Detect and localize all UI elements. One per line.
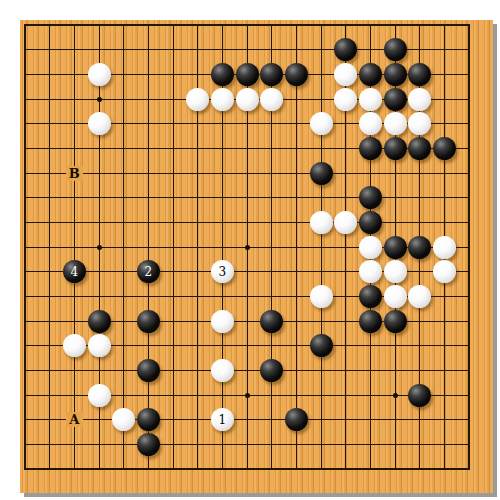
black-stone bbox=[408, 137, 431, 160]
white-stone bbox=[384, 285, 407, 308]
white-stone bbox=[310, 112, 333, 135]
black-stone bbox=[408, 384, 431, 407]
white-stone-move-3: 3 bbox=[211, 260, 234, 283]
black-stone bbox=[260, 63, 283, 86]
white-stone bbox=[88, 112, 111, 135]
white-stone-move-1: 1 bbox=[211, 408, 234, 431]
white-stone bbox=[211, 88, 234, 111]
black-stone bbox=[359, 285, 382, 308]
black-stone bbox=[137, 408, 160, 431]
white-stone bbox=[310, 211, 333, 234]
black-stone bbox=[359, 186, 382, 209]
white-stone bbox=[408, 285, 431, 308]
white-stone bbox=[408, 88, 431, 111]
star-point bbox=[97, 97, 102, 102]
star-point bbox=[245, 393, 250, 398]
black-stone bbox=[359, 310, 382, 333]
black-stone bbox=[310, 162, 333, 185]
white-stone bbox=[384, 112, 407, 135]
white-stone bbox=[359, 88, 382, 111]
black-stone bbox=[285, 63, 308, 86]
white-stone bbox=[334, 211, 357, 234]
grid-line bbox=[296, 25, 297, 470]
move-number-label: 4 bbox=[71, 266, 79, 278]
white-stone bbox=[359, 112, 382, 135]
grid-line bbox=[148, 25, 149, 470]
black-stone bbox=[359, 137, 382, 160]
black-stone bbox=[384, 310, 407, 333]
move-number-label: 2 bbox=[145, 266, 153, 278]
black-stone bbox=[408, 63, 431, 86]
grid-line bbox=[25, 444, 470, 445]
black-stone bbox=[137, 433, 160, 456]
black-stone bbox=[433, 137, 456, 160]
black-stone bbox=[310, 334, 333, 357]
black-stone bbox=[211, 63, 234, 86]
black-stone bbox=[384, 236, 407, 259]
white-stone bbox=[63, 334, 86, 357]
black-stone bbox=[137, 359, 160, 382]
go-diagram-page: 4231BA bbox=[0, 0, 500, 500]
white-stone bbox=[433, 260, 456, 283]
black-stone bbox=[236, 63, 259, 86]
black-stone bbox=[408, 236, 431, 259]
point-label-b: B bbox=[66, 166, 83, 181]
white-stone bbox=[334, 88, 357, 111]
white-stone bbox=[359, 236, 382, 259]
white-stone bbox=[186, 88, 209, 111]
black-stone bbox=[384, 38, 407, 61]
black-stone-move-2: 2 bbox=[137, 260, 160, 283]
move-number-label: 1 bbox=[219, 414, 227, 426]
black-stone bbox=[285, 408, 308, 431]
star-point bbox=[393, 393, 398, 398]
black-stone bbox=[260, 310, 283, 333]
white-stone bbox=[211, 310, 234, 333]
grid-line bbox=[25, 173, 470, 174]
star-point bbox=[97, 245, 102, 250]
white-stone bbox=[236, 88, 259, 111]
white-stone bbox=[384, 260, 407, 283]
grid-line bbox=[25, 222, 470, 223]
white-stone bbox=[334, 63, 357, 86]
black-stone bbox=[359, 63, 382, 86]
black-stone bbox=[137, 310, 160, 333]
move-number-label: 3 bbox=[219, 266, 227, 278]
grid-line bbox=[74, 25, 75, 470]
black-stone bbox=[260, 359, 283, 382]
grid-line bbox=[25, 370, 470, 371]
star-point bbox=[245, 245, 250, 250]
grid-line bbox=[123, 25, 124, 470]
white-stone bbox=[433, 236, 456, 259]
black-stone-move-4: 4 bbox=[63, 260, 86, 283]
white-stone bbox=[211, 359, 234, 382]
white-stone bbox=[88, 63, 111, 86]
black-stone bbox=[384, 88, 407, 111]
point-label-a: A bbox=[66, 412, 83, 427]
black-stone bbox=[384, 63, 407, 86]
grid-line bbox=[173, 25, 174, 470]
grid-line bbox=[321, 25, 322, 470]
black-stone bbox=[359, 211, 382, 234]
white-stone bbox=[260, 88, 283, 111]
black-stone bbox=[384, 137, 407, 160]
grid-line bbox=[25, 197, 470, 198]
go-board[interactable]: 4231BA bbox=[20, 20, 493, 493]
grid-line bbox=[25, 419, 470, 420]
white-stone bbox=[310, 285, 333, 308]
white-stone bbox=[359, 260, 382, 283]
black-stone bbox=[88, 310, 111, 333]
white-stone bbox=[88, 384, 111, 407]
grid-line bbox=[49, 25, 50, 470]
white-stone bbox=[88, 334, 111, 357]
